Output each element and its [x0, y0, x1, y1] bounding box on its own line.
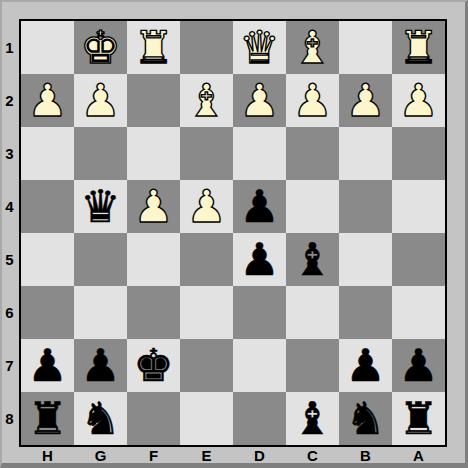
rank-labels: 12345678: [0, 21, 19, 445]
file-label-f: F: [127, 447, 180, 467]
black-king-f7[interactable]: ♚: [133, 339, 173, 392]
square-a4[interactable]: [392, 180, 445, 233]
square-e2[interactable]: ♝: [180, 74, 233, 127]
black-pawn-d5[interactable]: ♟: [239, 233, 279, 286]
white-bishop-e2[interactable]: ♝: [186, 74, 226, 127]
square-h2[interactable]: ♟: [21, 74, 74, 127]
white-king-g1[interactable]: ♚: [80, 21, 120, 74]
black-rook-h8[interactable]: ♜: [27, 392, 67, 445]
white-rook-f1[interactable]: ♜: [133, 21, 173, 74]
square-h5[interactable]: [21, 233, 74, 286]
white-rook-a1[interactable]: ♜: [398, 21, 438, 74]
chess-board: ♚♜♛♝♜♟♟♝♟♟♟♟♛♟♟♟♟♝♟♟♚♟♟♜♞♝♞♜: [19, 19, 447, 447]
rank-label-2: 2: [0, 74, 19, 127]
square-g5[interactable]: [74, 233, 127, 286]
chess-diagram: 12345678 ♚♜♛♝♜♟♟♝♟♟♟♟♛♟♟♟♟♝♟♟♚♟♟♜♞♝♞♜ HG…: [0, 0, 468, 468]
white-pawn-a2[interactable]: ♟: [398, 74, 438, 127]
file-labels: HGFEDCBA: [21, 447, 445, 467]
square-c8[interactable]: ♝: [286, 392, 339, 445]
black-pawn-a7[interactable]: ♟: [398, 339, 438, 392]
square-f1[interactable]: ♜: [127, 21, 180, 74]
rank-label-8: 8: [0, 392, 19, 445]
square-d1[interactable]: ♛: [233, 21, 286, 74]
rank-label-5: 5: [0, 233, 19, 286]
black-pawn-b7[interactable]: ♟: [345, 339, 385, 392]
square-b8[interactable]: ♞: [339, 392, 392, 445]
square-d6[interactable]: [233, 286, 286, 339]
square-e4[interactable]: ♟: [180, 180, 233, 233]
square-c6[interactable]: [286, 286, 339, 339]
black-knight-g8[interactable]: ♞: [80, 392, 120, 445]
square-g4[interactable]: ♛: [74, 180, 127, 233]
square-c3[interactable]: [286, 127, 339, 180]
black-pawn-g7[interactable]: ♟: [80, 339, 120, 392]
white-pawn-e4[interactable]: ♟: [186, 180, 226, 233]
square-g3[interactable]: [74, 127, 127, 180]
square-b3[interactable]: [339, 127, 392, 180]
black-rook-a8[interactable]: ♜: [398, 392, 438, 445]
black-queen-g4[interactable]: ♛: [80, 180, 120, 233]
square-g7[interactable]: ♟: [74, 339, 127, 392]
square-d5[interactable]: ♟: [233, 233, 286, 286]
square-h7[interactable]: ♟: [21, 339, 74, 392]
square-b6[interactable]: [339, 286, 392, 339]
file-label-e: E: [180, 447, 233, 467]
square-b4[interactable]: [339, 180, 392, 233]
square-h8[interactable]: ♜: [21, 392, 74, 445]
square-g2[interactable]: ♟: [74, 74, 127, 127]
file-label-c: C: [286, 447, 339, 467]
square-a5[interactable]: [392, 233, 445, 286]
square-c5[interactable]: ♝: [286, 233, 339, 286]
square-a7[interactable]: ♟: [392, 339, 445, 392]
square-c2[interactable]: ♟: [286, 74, 339, 127]
square-c4[interactable]: [286, 180, 339, 233]
square-d8[interactable]: [233, 392, 286, 445]
square-b7[interactable]: ♟: [339, 339, 392, 392]
square-f3[interactable]: [127, 127, 180, 180]
square-g1[interactable]: ♚: [74, 21, 127, 74]
white-queen-d1[interactable]: ♛: [239, 21, 279, 74]
square-e7[interactable]: [180, 339, 233, 392]
square-h4[interactable]: [21, 180, 74, 233]
square-f2[interactable]: [127, 74, 180, 127]
square-e5[interactable]: [180, 233, 233, 286]
square-b1[interactable]: [339, 21, 392, 74]
file-label-a: A: [392, 447, 445, 467]
square-d2[interactable]: ♟: [233, 74, 286, 127]
rank-label-4: 4: [0, 180, 19, 233]
square-f6[interactable]: [127, 286, 180, 339]
square-e6[interactable]: [180, 286, 233, 339]
rank-label-7: 7: [0, 339, 19, 392]
square-a3[interactable]: [392, 127, 445, 180]
square-f8[interactable]: [127, 392, 180, 445]
rank-label-6: 6: [0, 286, 19, 339]
white-pawn-d2[interactable]: ♟: [239, 74, 279, 127]
square-a2[interactable]: ♟: [392, 74, 445, 127]
white-pawn-f4[interactable]: ♟: [133, 180, 173, 233]
white-bishop-c1[interactable]: ♝: [292, 21, 332, 74]
rank-label-3: 3: [0, 127, 19, 180]
file-label-b: B: [339, 447, 392, 467]
square-e3[interactable]: [180, 127, 233, 180]
file-label-d: D: [233, 447, 286, 467]
white-pawn-b2[interactable]: ♟: [345, 74, 385, 127]
square-h3[interactable]: [21, 127, 74, 180]
square-h6[interactable]: [21, 286, 74, 339]
rank-label-1: 1: [0, 21, 19, 74]
square-d4[interactable]: ♟: [233, 180, 286, 233]
square-a6[interactable]: [392, 286, 445, 339]
square-c7[interactable]: [286, 339, 339, 392]
white-pawn-h2[interactable]: ♟: [27, 74, 67, 127]
square-g8[interactable]: ♞: [74, 392, 127, 445]
square-f5[interactable]: [127, 233, 180, 286]
square-b2[interactable]: ♟: [339, 74, 392, 127]
square-a8[interactable]: ♜: [392, 392, 445, 445]
square-f7[interactable]: ♚: [127, 339, 180, 392]
square-d7[interactable]: [233, 339, 286, 392]
file-label-g: G: [74, 447, 127, 467]
square-e8[interactable]: [180, 392, 233, 445]
black-knight-b8[interactable]: ♞: [345, 392, 385, 445]
square-g6[interactable]: [74, 286, 127, 339]
square-c1[interactable]: ♝: [286, 21, 339, 74]
square-f4[interactable]: ♟: [127, 180, 180, 233]
black-pawn-d4[interactable]: ♟: [239, 180, 279, 233]
file-label-h: H: [21, 447, 74, 467]
square-b5[interactable]: [339, 233, 392, 286]
square-d3[interactable]: [233, 127, 286, 180]
black-bishop-c5[interactable]: ♝: [292, 233, 332, 286]
square-e1[interactable]: [180, 21, 233, 74]
square-h1[interactable]: [21, 21, 74, 74]
white-pawn-c2[interactable]: ♟: [292, 74, 332, 127]
black-pawn-h7[interactable]: ♟: [27, 339, 67, 392]
square-a1[interactable]: ♜: [392, 21, 445, 74]
black-bishop-c8[interactable]: ♝: [292, 392, 332, 445]
white-pawn-g2[interactable]: ♟: [80, 74, 120, 127]
